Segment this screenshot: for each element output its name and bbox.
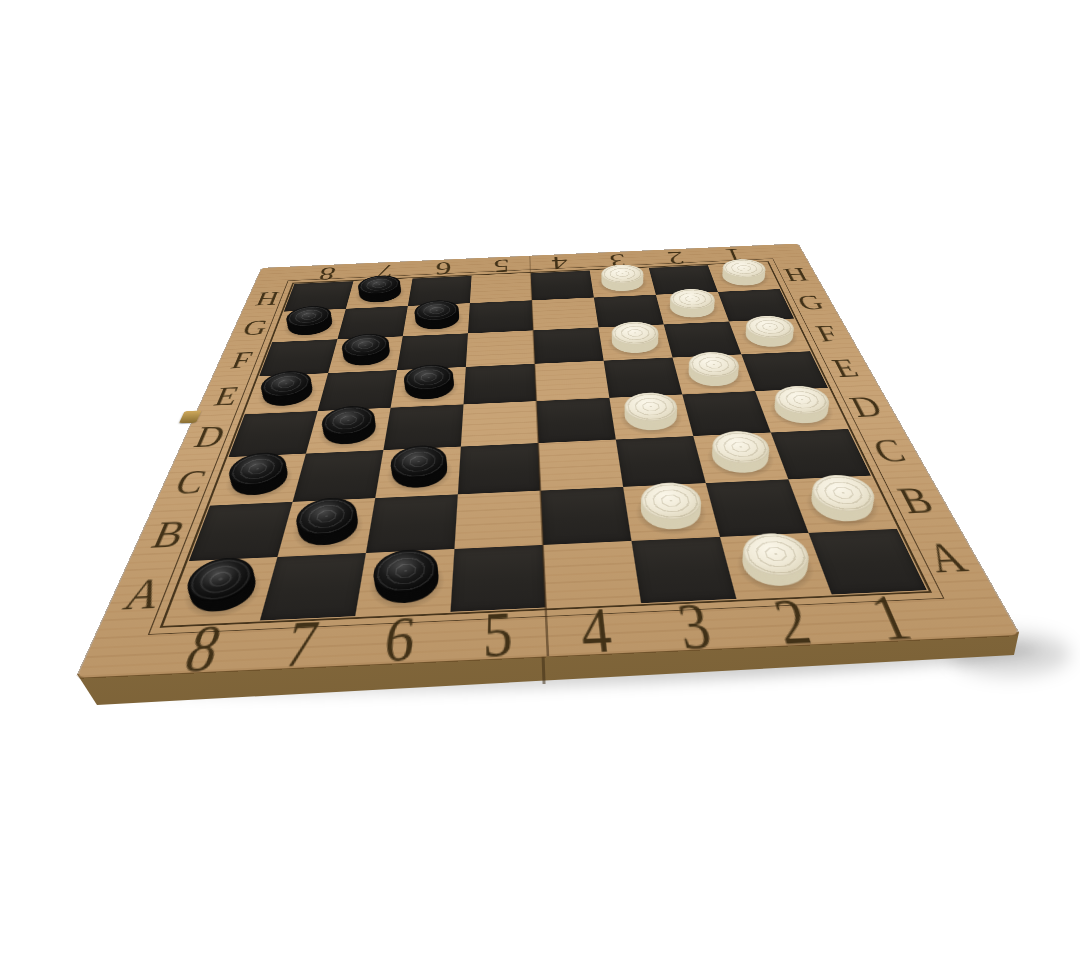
- coord-label-bottom-1: 7: [279, 612, 323, 679]
- brass-latch: [179, 410, 202, 423]
- coord-label-top-0: 8: [316, 264, 338, 284]
- square-F6: [397, 333, 468, 370]
- coord-label-bottom-0: 8: [177, 616, 228, 683]
- coord-label-left-7: A: [118, 571, 169, 617]
- coord-label-left-6: B: [147, 514, 191, 554]
- square-G1: [718, 289, 794, 321]
- coord-label-right-0: H: [780, 265, 811, 284]
- coord-label-left-2: F: [228, 348, 256, 372]
- coord-label-left-1: G: [239, 317, 271, 339]
- square-B6: [366, 494, 458, 553]
- square-E6: [391, 367, 466, 408]
- square-D8: [228, 411, 317, 457]
- coord-label-bottom-3: 5: [482, 604, 513, 670]
- coord-label-bottom-4: 4: [579, 599, 615, 665]
- square-F5: [466, 330, 535, 367]
- coord-label-right-6: B: [892, 481, 940, 519]
- square-D4: [536, 398, 615, 443]
- coord-label-right-4: D: [845, 392, 887, 422]
- square-H6: [408, 276, 472, 306]
- photo-canvas: 88HH77GG66FF55EE44DD33CC22BB11AA: [0, 0, 1080, 959]
- coord-label-top-6: 2: [665, 248, 687, 267]
- coord-label-left-4: D: [190, 421, 229, 452]
- square-F8: [259, 339, 337, 376]
- coord-label-left-3: E: [210, 383, 242, 410]
- square-F1: [729, 319, 810, 355]
- square-E3: [604, 358, 683, 398]
- coord-label-right-5: C: [868, 434, 911, 467]
- coord-label-right-2: F: [812, 322, 842, 345]
- square-H1: [708, 262, 780, 291]
- square-B2: [706, 479, 809, 537]
- coord-label-bottom-2: 6: [381, 608, 418, 675]
- coord-label-right-1: G: [794, 292, 827, 313]
- square-G3: [594, 295, 664, 328]
- square-C5: [458, 443, 541, 494]
- coord-label-left-0: H: [253, 288, 283, 308]
- square-F4: [533, 327, 603, 363]
- square-C3: [616, 436, 706, 487]
- square-H7: [346, 278, 413, 308]
- square-D5: [461, 401, 538, 446]
- coord-label-top-3: 5: [493, 256, 509, 275]
- square-C4: [538, 440, 623, 491]
- square-C1: [771, 429, 871, 479]
- coord-label-bottom-7: 1: [863, 586, 920, 651]
- square-E7: [318, 370, 397, 411]
- square-H8: [284, 281, 354, 311]
- square-F2: [664, 321, 742, 357]
- coord-label-left-5: C: [170, 465, 210, 500]
- square-A3: [631, 537, 736, 603]
- square-D2: [682, 391, 770, 436]
- coord-label-bottom-5: 3: [673, 595, 716, 661]
- coord-label-right-3: E: [828, 355, 863, 381]
- square-H5: [470, 273, 532, 303]
- square-B8: [189, 502, 293, 561]
- coord-label-right-7: A: [919, 536, 974, 580]
- coord-label-top-2: 6: [434, 259, 452, 278]
- perspective-wrapper: 88HH77GG66FF55EE44DD33CC22BB11AA: [0, 0, 1080, 959]
- checkers-board: 88HH77GG66FF55EE44DD33CC22BB11AA: [77, 244, 1020, 678]
- square-G5: [468, 300, 533, 333]
- square-B4: [541, 487, 632, 545]
- square-G4: [532, 298, 599, 331]
- coord-label-bottom-6: 2: [768, 591, 818, 656]
- square-D6: [383, 404, 463, 450]
- square-H4: [531, 270, 594, 300]
- square-C7: [293, 450, 384, 502]
- square-E8: [245, 373, 328, 414]
- square-E5: [464, 364, 537, 405]
- square-F7: [328, 336, 403, 373]
- square-E4: [535, 361, 610, 401]
- square-G6: [403, 303, 470, 336]
- square-B5: [454, 491, 543, 549]
- square-H3: [590, 268, 656, 298]
- square-F3: [598, 324, 672, 360]
- coord-label-top-4: 4: [551, 254, 569, 273]
- square-G2: [656, 292, 729, 325]
- square-G8: [272, 309, 346, 342]
- square-H2: [649, 265, 718, 295]
- square-G7: [337, 306, 407, 339]
- square-E1: [741, 351, 828, 391]
